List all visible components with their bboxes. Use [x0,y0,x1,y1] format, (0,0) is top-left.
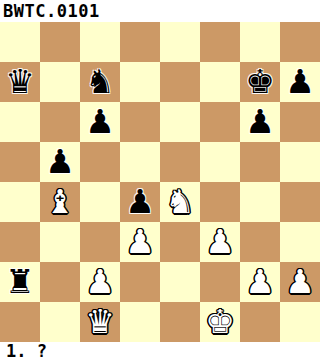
square-c1[interactable]: ♛ [80,302,120,342]
square-h8[interactable] [280,22,320,62]
square-e8[interactable] [160,22,200,62]
square-d3[interactable]: ♟ [120,222,160,262]
square-f3[interactable]: ♟ [200,222,240,262]
square-c2[interactable]: ♟ [80,262,120,302]
square-a8[interactable] [0,22,40,62]
square-d7[interactable] [120,62,160,102]
square-f1[interactable]: ♚ [200,302,240,342]
square-h4[interactable] [280,182,320,222]
square-c3[interactable] [80,222,120,262]
square-d2[interactable] [120,262,160,302]
black-knight: ♞ [85,62,115,102]
square-d4[interactable]: ♟ [120,182,160,222]
square-b3[interactable] [40,222,80,262]
square-d5[interactable] [120,142,160,182]
white-knight: ♞ [165,182,195,222]
square-c5[interactable] [80,142,120,182]
puzzle-title: BWTC.0101 [0,0,320,22]
square-e6[interactable] [160,102,200,142]
chess-board: ♛♞♚♟♟♟♟♝♟♞♟♟♜♟♟♟♛♚ [0,22,320,342]
square-g8[interactable] [240,22,280,62]
square-h2[interactable]: ♟ [280,262,320,302]
square-d6[interactable] [120,102,160,142]
square-h7[interactable]: ♟ [280,62,320,102]
square-c7[interactable]: ♞ [80,62,120,102]
square-g1[interactable] [240,302,280,342]
square-f5[interactable] [200,142,240,182]
square-g7[interactable]: ♚ [240,62,280,102]
black-pawn: ♟ [125,182,155,222]
square-f8[interactable] [200,22,240,62]
black-rook: ♜ [5,262,35,302]
square-b7[interactable] [40,62,80,102]
square-d1[interactable] [120,302,160,342]
square-b5[interactable]: ♟ [40,142,80,182]
square-f7[interactable] [200,62,240,102]
square-g2[interactable]: ♟ [240,262,280,302]
square-a5[interactable] [0,142,40,182]
black-pawn: ♟ [245,102,275,142]
white-pawn: ♟ [245,262,275,302]
square-g6[interactable]: ♟ [240,102,280,142]
square-c4[interactable] [80,182,120,222]
square-f6[interactable] [200,102,240,142]
square-a2[interactable]: ♜ [0,262,40,302]
square-h6[interactable] [280,102,320,142]
square-g3[interactable] [240,222,280,262]
black-king: ♚ [245,62,275,102]
square-e2[interactable] [160,262,200,302]
square-c8[interactable] [80,22,120,62]
square-e1[interactable] [160,302,200,342]
white-pawn: ♟ [285,262,315,302]
square-f4[interactable] [200,182,240,222]
square-b4[interactable]: ♝ [40,182,80,222]
white-king: ♚ [205,302,235,342]
white-bishop: ♝ [45,182,75,222]
square-b1[interactable] [40,302,80,342]
square-g5[interactable] [240,142,280,182]
square-a4[interactable] [0,182,40,222]
white-pawn: ♟ [205,222,235,262]
square-h5[interactable] [280,142,320,182]
square-e3[interactable] [160,222,200,262]
black-queen: ♛ [5,62,35,102]
square-a3[interactable] [0,222,40,262]
square-b2[interactable] [40,262,80,302]
square-b8[interactable] [40,22,80,62]
white-queen: ♛ [85,302,115,342]
square-e4[interactable]: ♞ [160,182,200,222]
square-b6[interactable] [40,102,80,142]
move-prompt: 1. ? [0,342,320,360]
square-a1[interactable] [0,302,40,342]
white-pawn: ♟ [85,262,115,302]
square-e5[interactable] [160,142,200,182]
black-pawn: ♟ [45,142,75,182]
black-pawn: ♟ [85,102,115,142]
square-a7[interactable]: ♛ [0,62,40,102]
square-c6[interactable]: ♟ [80,102,120,142]
square-a6[interactable] [0,102,40,142]
square-e7[interactable] [160,62,200,102]
square-h3[interactable] [280,222,320,262]
square-h1[interactable] [280,302,320,342]
black-pawn: ♟ [285,62,315,102]
square-f2[interactable] [200,262,240,302]
white-pawn: ♟ [125,222,155,262]
square-d8[interactable] [120,22,160,62]
square-g4[interactable] [240,182,280,222]
